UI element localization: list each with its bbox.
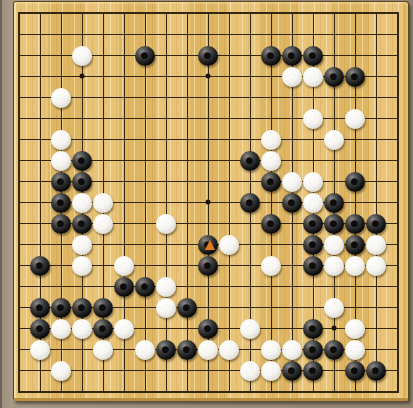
point-7-10[interactable]: ○ [155, 213, 176, 234]
point-6-16[interactable]: ○ [134, 339, 155, 360]
point-4-15[interactable]: ● [92, 318, 113, 339]
point-8-1[interactable] [176, 24, 197, 45]
point-13-17[interactable]: ● [281, 360, 302, 381]
point-1-9[interactable] [29, 192, 50, 213]
point-6-6[interactable] [134, 129, 155, 150]
point-3-1[interactable] [71, 24, 92, 45]
point-11-2[interactable] [239, 45, 260, 66]
point-15-4[interactable] [323, 87, 344, 108]
point-6-18[interactable] [134, 381, 155, 402]
point-16-3[interactable]: ● [344, 66, 365, 87]
point-5-7[interactable] [113, 150, 134, 171]
point-16-15[interactable]: ○ [344, 318, 365, 339]
point-5-4[interactable] [113, 87, 134, 108]
point-17-12[interactable]: ○ [365, 255, 386, 276]
point-17-4[interactable] [365, 87, 386, 108]
point-11-11[interactable] [239, 234, 260, 255]
point-7-14[interactable]: ○ [155, 297, 176, 318]
point-16-18[interactable] [344, 381, 365, 402]
point-0-2[interactable] [8, 45, 29, 66]
point-6-9[interactable] [134, 192, 155, 213]
point-17-17[interactable]: ● [365, 360, 386, 381]
point-0-14[interactable] [8, 297, 29, 318]
point-5-14[interactable] [113, 297, 134, 318]
point-15-14[interactable]: ○ [323, 297, 344, 318]
point-16-4[interactable] [344, 87, 365, 108]
point-8-18[interactable] [176, 381, 197, 402]
point-5-17[interactable] [113, 360, 134, 381]
point-12-14[interactable] [260, 297, 281, 318]
point-11-13[interactable] [239, 276, 260, 297]
point-14-16[interactable]: ● [302, 339, 323, 360]
point-13-14[interactable] [281, 297, 302, 318]
point-9-11[interactable]: ● [197, 234, 218, 255]
point-0-17[interactable] [8, 360, 29, 381]
point-2-10[interactable]: ● [50, 213, 71, 234]
point-8-10[interactable] [176, 213, 197, 234]
point-2-7[interactable]: ○ [50, 150, 71, 171]
point-9-6[interactable] [197, 129, 218, 150]
point-16-1[interactable] [344, 24, 365, 45]
point-6-2[interactable]: ● [134, 45, 155, 66]
point-15-2[interactable] [323, 45, 344, 66]
point-3-5[interactable] [71, 108, 92, 129]
point-15-6[interactable]: ○ [323, 129, 344, 150]
point-11-5[interactable] [239, 108, 260, 129]
point-13-7[interactable] [281, 150, 302, 171]
point-12-2[interactable]: ● [260, 45, 281, 66]
point-9-8[interactable] [197, 171, 218, 192]
point-18-4[interactable] [386, 87, 407, 108]
point-15-15[interactable] [323, 318, 344, 339]
point-16-10[interactable]: ● [344, 213, 365, 234]
point-1-16[interactable]: ○ [29, 339, 50, 360]
point-4-13[interactable] [92, 276, 113, 297]
point-11-15[interactable]: ○ [239, 318, 260, 339]
point-1-8[interactable] [29, 171, 50, 192]
point-10-13[interactable] [218, 276, 239, 297]
point-10-17[interactable] [218, 360, 239, 381]
point-11-4[interactable] [239, 87, 260, 108]
point-2-4[interactable]: ○ [50, 87, 71, 108]
point-0-3[interactable] [8, 66, 29, 87]
point-4-5[interactable] [92, 108, 113, 129]
point-1-3[interactable] [29, 66, 50, 87]
point-13-4[interactable] [281, 87, 302, 108]
point-7-7[interactable] [155, 150, 176, 171]
point-1-1[interactable] [29, 24, 50, 45]
point-16-14[interactable] [344, 297, 365, 318]
point-17-15[interactable] [365, 318, 386, 339]
point-12-15[interactable] [260, 318, 281, 339]
point-0-9[interactable] [8, 192, 29, 213]
point-12-9[interactable] [260, 192, 281, 213]
point-1-7[interactable] [29, 150, 50, 171]
point-8-3[interactable] [176, 66, 197, 87]
point-10-14[interactable] [218, 297, 239, 318]
point-10-15[interactable] [218, 318, 239, 339]
point-18-5[interactable] [386, 108, 407, 129]
point-11-0[interactable] [239, 3, 260, 24]
point-16-9[interactable] [344, 192, 365, 213]
point-1-10[interactable] [29, 213, 50, 234]
point-1-0[interactable] [29, 3, 50, 24]
point-13-8[interactable]: ○ [281, 171, 302, 192]
point-17-10[interactable]: ● [365, 213, 386, 234]
point-5-6[interactable] [113, 129, 134, 150]
point-18-12[interactable] [386, 255, 407, 276]
point-2-13[interactable] [50, 276, 71, 297]
point-11-7[interactable]: ● [239, 150, 260, 171]
point-3-18[interactable] [71, 381, 92, 402]
point-6-11[interactable] [134, 234, 155, 255]
point-16-12[interactable]: ○ [344, 255, 365, 276]
point-0-13[interactable] [8, 276, 29, 297]
point-16-8[interactable]: ● [344, 171, 365, 192]
point-5-10[interactable] [113, 213, 134, 234]
point-10-6[interactable] [218, 129, 239, 150]
point-16-17[interactable]: ● [344, 360, 365, 381]
point-14-10[interactable]: ● [302, 213, 323, 234]
point-11-18[interactable] [239, 381, 260, 402]
point-18-13[interactable] [386, 276, 407, 297]
point-17-9[interactable] [365, 192, 386, 213]
point-7-18[interactable] [155, 381, 176, 402]
point-10-12[interactable] [218, 255, 239, 276]
point-4-14[interactable]: ● [92, 297, 113, 318]
point-6-15[interactable] [134, 318, 155, 339]
point-14-12[interactable]: ● [302, 255, 323, 276]
point-5-1[interactable] [113, 24, 134, 45]
point-18-8[interactable] [386, 171, 407, 192]
point-15-5[interactable] [323, 108, 344, 129]
point-11-12[interactable] [239, 255, 260, 276]
point-14-3[interactable]: ○ [302, 66, 323, 87]
point-10-7[interactable] [218, 150, 239, 171]
point-11-14[interactable] [239, 297, 260, 318]
point-2-11[interactable] [50, 234, 71, 255]
point-18-18[interactable] [386, 381, 407, 402]
point-16-7[interactable] [344, 150, 365, 171]
point-17-18[interactable] [365, 381, 386, 402]
point-6-1[interactable] [134, 24, 155, 45]
point-12-8[interactable]: ● [260, 171, 281, 192]
point-15-11[interactable]: ○ [323, 234, 344, 255]
point-11-8[interactable] [239, 171, 260, 192]
point-7-4[interactable] [155, 87, 176, 108]
point-4-4[interactable] [92, 87, 113, 108]
point-12-18[interactable] [260, 381, 281, 402]
point-10-2[interactable] [218, 45, 239, 66]
point-8-4[interactable] [176, 87, 197, 108]
point-11-16[interactable] [239, 339, 260, 360]
point-7-9[interactable] [155, 192, 176, 213]
point-6-10[interactable] [134, 213, 155, 234]
point-12-0[interactable] [260, 3, 281, 24]
point-14-9[interactable]: ○ [302, 192, 323, 213]
point-9-15[interactable]: ● [197, 318, 218, 339]
point-5-2[interactable] [113, 45, 134, 66]
point-18-1[interactable] [386, 24, 407, 45]
point-4-12[interactable] [92, 255, 113, 276]
point-16-0[interactable] [344, 3, 365, 24]
point-5-8[interactable] [113, 171, 134, 192]
point-5-0[interactable] [113, 3, 134, 24]
point-0-5[interactable] [8, 108, 29, 129]
point-3-8[interactable]: ● [71, 171, 92, 192]
point-8-17[interactable] [176, 360, 197, 381]
point-11-10[interactable] [239, 213, 260, 234]
point-9-2[interactable]: ● [197, 45, 218, 66]
point-15-12[interactable]: ○ [323, 255, 344, 276]
point-9-4[interactable] [197, 87, 218, 108]
point-14-4[interactable] [302, 87, 323, 108]
point-3-12[interactable]: ○ [71, 255, 92, 276]
point-15-17[interactable] [323, 360, 344, 381]
point-3-13[interactable] [71, 276, 92, 297]
point-7-2[interactable] [155, 45, 176, 66]
point-18-3[interactable] [386, 66, 407, 87]
point-9-0[interactable] [197, 3, 218, 24]
point-14-1[interactable] [302, 24, 323, 45]
point-8-0[interactable] [176, 3, 197, 24]
point-2-2[interactable] [50, 45, 71, 66]
point-8-15[interactable] [176, 318, 197, 339]
point-14-13[interactable] [302, 276, 323, 297]
point-14-6[interactable] [302, 129, 323, 150]
point-18-11[interactable] [386, 234, 407, 255]
point-1-17[interactable] [29, 360, 50, 381]
point-2-12[interactable] [50, 255, 71, 276]
point-4-2[interactable] [92, 45, 113, 66]
point-11-17[interactable]: ○ [239, 360, 260, 381]
point-18-7[interactable] [386, 150, 407, 171]
point-14-17[interactable]: ● [302, 360, 323, 381]
point-4-1[interactable] [92, 24, 113, 45]
point-7-0[interactable] [155, 3, 176, 24]
point-10-9[interactable] [218, 192, 239, 213]
point-13-16[interactable]: ○ [281, 339, 302, 360]
point-6-12[interactable] [134, 255, 155, 276]
point-1-11[interactable] [29, 234, 50, 255]
point-16-13[interactable] [344, 276, 365, 297]
point-18-2[interactable] [386, 45, 407, 66]
point-5-15[interactable]: ○ [113, 318, 134, 339]
point-14-8[interactable]: ○ [302, 171, 323, 192]
point-13-15[interactable] [281, 318, 302, 339]
point-8-16[interactable]: ● [176, 339, 197, 360]
point-1-13[interactable] [29, 276, 50, 297]
point-17-11[interactable]: ○ [365, 234, 386, 255]
point-8-9[interactable] [176, 192, 197, 213]
point-0-7[interactable] [8, 150, 29, 171]
point-15-0[interactable] [323, 3, 344, 24]
point-3-14[interactable]: ● [71, 297, 92, 318]
point-3-9[interactable]: ○ [71, 192, 92, 213]
point-12-11[interactable] [260, 234, 281, 255]
point-13-18[interactable] [281, 381, 302, 402]
point-15-8[interactable] [323, 171, 344, 192]
point-6-0[interactable] [134, 3, 155, 24]
point-5-11[interactable] [113, 234, 134, 255]
point-2-1[interactable] [50, 24, 71, 45]
point-10-10[interactable] [218, 213, 239, 234]
point-15-1[interactable] [323, 24, 344, 45]
point-3-2[interactable]: ○ [71, 45, 92, 66]
point-1-6[interactable] [29, 129, 50, 150]
point-10-3[interactable] [218, 66, 239, 87]
point-18-17[interactable] [386, 360, 407, 381]
point-9-10[interactable] [197, 213, 218, 234]
point-14-18[interactable] [302, 381, 323, 402]
point-6-7[interactable] [134, 150, 155, 171]
point-18-10[interactable] [386, 213, 407, 234]
point-9-7[interactable] [197, 150, 218, 171]
point-17-6[interactable] [365, 129, 386, 150]
point-13-1[interactable] [281, 24, 302, 45]
point-8-2[interactable] [176, 45, 197, 66]
point-13-13[interactable] [281, 276, 302, 297]
point-2-8[interactable]: ● [50, 171, 71, 192]
point-12-3[interactable] [260, 66, 281, 87]
point-13-10[interactable] [281, 213, 302, 234]
point-17-5[interactable] [365, 108, 386, 129]
point-13-2[interactable]: ● [281, 45, 302, 66]
point-0-10[interactable] [8, 213, 29, 234]
point-18-6[interactable] [386, 129, 407, 150]
point-2-14[interactable]: ● [50, 297, 71, 318]
point-16-5[interactable]: ○ [344, 108, 365, 129]
point-9-5[interactable] [197, 108, 218, 129]
point-1-12[interactable]: ● [29, 255, 50, 276]
point-2-0[interactable] [50, 3, 71, 24]
point-9-13[interactable] [197, 276, 218, 297]
point-5-3[interactable] [113, 66, 134, 87]
point-8-5[interactable] [176, 108, 197, 129]
point-17-1[interactable] [365, 24, 386, 45]
point-12-10[interactable]: ● [260, 213, 281, 234]
point-0-0[interactable] [8, 3, 29, 24]
point-1-14[interactable]: ● [29, 297, 50, 318]
point-7-5[interactable] [155, 108, 176, 129]
point-3-3[interactable] [71, 66, 92, 87]
point-16-16[interactable]: ○ [344, 339, 365, 360]
point-2-16[interactable] [50, 339, 71, 360]
point-5-5[interactable] [113, 108, 134, 129]
point-0-15[interactable] [8, 318, 29, 339]
point-15-16[interactable]: ● [323, 339, 344, 360]
point-15-9[interactable]: ● [323, 192, 344, 213]
point-8-13[interactable] [176, 276, 197, 297]
point-0-6[interactable] [8, 129, 29, 150]
point-8-12[interactable] [176, 255, 197, 276]
point-1-5[interactable] [29, 108, 50, 129]
point-11-6[interactable] [239, 129, 260, 150]
point-3-4[interactable] [71, 87, 92, 108]
point-17-3[interactable] [365, 66, 386, 87]
point-12-17[interactable]: ○ [260, 360, 281, 381]
point-12-1[interactable] [260, 24, 281, 45]
point-4-8[interactable] [92, 171, 113, 192]
point-3-17[interactable] [71, 360, 92, 381]
point-11-3[interactable] [239, 66, 260, 87]
point-12-4[interactable] [260, 87, 281, 108]
point-14-15[interactable]: ● [302, 318, 323, 339]
point-17-14[interactable] [365, 297, 386, 318]
point-17-8[interactable] [365, 171, 386, 192]
point-1-2[interactable] [29, 45, 50, 66]
point-0-11[interactable] [8, 234, 29, 255]
point-13-11[interactable] [281, 234, 302, 255]
point-2-17[interactable]: ○ [50, 360, 71, 381]
point-4-18[interactable] [92, 381, 113, 402]
point-5-18[interactable] [113, 381, 134, 402]
point-11-1[interactable] [239, 24, 260, 45]
point-13-6[interactable] [281, 129, 302, 150]
point-9-3[interactable] [197, 66, 218, 87]
point-3-16[interactable] [71, 339, 92, 360]
point-4-0[interactable] [92, 3, 113, 24]
point-6-5[interactable] [134, 108, 155, 129]
point-0-12[interactable] [8, 255, 29, 276]
point-6-17[interactable] [134, 360, 155, 381]
point-17-7[interactable] [365, 150, 386, 171]
point-11-9[interactable]: ● [239, 192, 260, 213]
point-18-15[interactable] [386, 318, 407, 339]
point-7-8[interactable] [155, 171, 176, 192]
point-8-8[interactable] [176, 171, 197, 192]
point-13-3[interactable]: ○ [281, 66, 302, 87]
point-6-4[interactable] [134, 87, 155, 108]
point-9-16[interactable]: ○ [197, 339, 218, 360]
point-14-0[interactable] [302, 3, 323, 24]
point-7-15[interactable] [155, 318, 176, 339]
point-7-16[interactable]: ● [155, 339, 176, 360]
point-16-6[interactable] [344, 129, 365, 150]
point-6-8[interactable] [134, 171, 155, 192]
point-15-10[interactable]: ● [323, 213, 344, 234]
point-4-17[interactable] [92, 360, 113, 381]
point-9-1[interactable] [197, 24, 218, 45]
point-0-1[interactable] [8, 24, 29, 45]
point-10-18[interactable] [218, 381, 239, 402]
point-0-4[interactable] [8, 87, 29, 108]
point-15-18[interactable] [323, 381, 344, 402]
point-7-12[interactable] [155, 255, 176, 276]
point-10-1[interactable] [218, 24, 239, 45]
point-10-5[interactable] [218, 108, 239, 129]
point-0-18[interactable] [8, 381, 29, 402]
point-8-11[interactable] [176, 234, 197, 255]
point-4-11[interactable] [92, 234, 113, 255]
point-16-2[interactable] [344, 45, 365, 66]
point-7-3[interactable] [155, 66, 176, 87]
point-9-17[interactable] [197, 360, 218, 381]
point-4-9[interactable]: ○ [92, 192, 113, 213]
point-12-6[interactable]: ○ [260, 129, 281, 150]
point-10-8[interactable] [218, 171, 239, 192]
point-3-15[interactable]: ○ [71, 318, 92, 339]
point-13-9[interactable]: ● [281, 192, 302, 213]
point-6-3[interactable] [134, 66, 155, 87]
point-17-13[interactable] [365, 276, 386, 297]
point-2-18[interactable] [50, 381, 71, 402]
point-5-16[interactable] [113, 339, 134, 360]
point-17-2[interactable] [365, 45, 386, 66]
point-17-16[interactable] [365, 339, 386, 360]
point-9-14[interactable] [197, 297, 218, 318]
point-12-5[interactable] [260, 108, 281, 129]
